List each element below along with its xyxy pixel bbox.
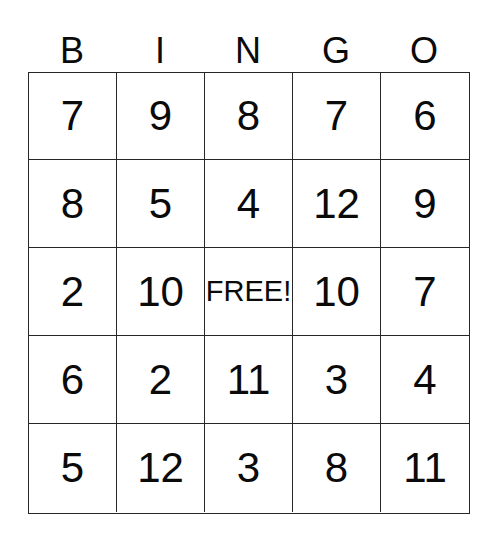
column-letter-g: G [292, 33, 380, 72]
column-letter-i: I [116, 33, 204, 72]
bingo-board: 7 9 8 7 6 8 5 4 12 9 2 10 FREE! 10 7 6 2… [28, 72, 470, 514]
bingo-cell-free[interactable]: FREE! [205, 248, 293, 336]
bingo-card: B I N G O 7 9 8 7 6 8 5 4 12 9 2 10 FREE… [28, 0, 470, 514]
bingo-cell-r1c2[interactable]: 9 [117, 72, 205, 160]
bingo-cell-r1c3[interactable]: 8 [205, 72, 293, 160]
bingo-cell-r2c2[interactable]: 5 [117, 160, 205, 248]
bingo-cell-r1c5[interactable]: 6 [381, 72, 469, 160]
column-letter-o: O [380, 33, 468, 72]
bingo-cell-r3c5[interactable]: 7 [381, 248, 469, 336]
bingo-cell-r3c2[interactable]: 10 [117, 248, 205, 336]
bingo-cell-r4c1[interactable]: 6 [29, 336, 117, 424]
bingo-cell-r3c1[interactable]: 2 [29, 248, 117, 336]
bingo-cell-r5c3[interactable]: 3 [205, 424, 293, 512]
bingo-cell-r4c3[interactable]: 11 [205, 336, 293, 424]
bingo-cell-r4c5[interactable]: 4 [381, 336, 469, 424]
bingo-cell-r1c1[interactable]: 7 [29, 72, 117, 160]
column-letter-b: B [28, 33, 116, 72]
bingo-cell-r5c4[interactable]: 8 [293, 424, 381, 512]
bingo-cell-r2c5[interactable]: 9 [381, 160, 469, 248]
bingo-cell-r5c2[interactable]: 12 [117, 424, 205, 512]
bingo-cell-r5c1[interactable]: 5 [29, 424, 117, 512]
bingo-header: B I N G O [28, 0, 470, 72]
bingo-cell-r2c3[interactable]: 4 [205, 160, 293, 248]
bingo-cell-r4c4[interactable]: 3 [293, 336, 381, 424]
bingo-cell-r2c4[interactable]: 12 [293, 160, 381, 248]
bingo-cell-r4c2[interactable]: 2 [117, 336, 205, 424]
column-letter-n: N [204, 33, 292, 72]
bingo-cell-r2c1[interactable]: 8 [29, 160, 117, 248]
bingo-cell-r5c5[interactable]: 11 [381, 424, 469, 512]
bingo-cell-r3c4[interactable]: 10 [293, 248, 381, 336]
bingo-cell-r1c4[interactable]: 7 [293, 72, 381, 160]
